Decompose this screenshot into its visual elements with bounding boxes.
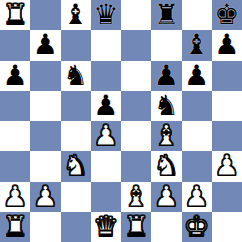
square-a4[interactable] [0, 121, 30, 151]
square-b1[interactable] [30, 212, 60, 242]
piece-black-pawn[interactable]: ♟ [214, 31, 239, 59]
square-b7[interactable]: ♟ [30, 30, 60, 60]
piece-black-pawn[interactable]: ♟ [184, 62, 209, 90]
piece-black-bishop[interactable]: ♝ [63, 1, 88, 29]
piece-black-knight[interactable]: ♞ [63, 62, 88, 90]
piece-white-rook[interactable]: ♜ [3, 213, 28, 241]
square-a3[interactable] [0, 151, 30, 181]
piece-black-pawn[interactable]: ♟ [3, 62, 28, 90]
square-a2[interactable]: ♟ [0, 182, 30, 212]
square-e7[interactable] [121, 30, 151, 60]
piece-black-bishop[interactable]: ♝ [184, 31, 209, 59]
square-d4[interactable]: ♟ [91, 121, 121, 151]
piece-white-pawn[interactable]: ♟ [214, 152, 239, 180]
piece-white-pawn[interactable]: ♟ [93, 122, 118, 150]
piece-black-pawn[interactable]: ♟ [33, 31, 58, 59]
square-f1[interactable] [151, 212, 181, 242]
square-f7[interactable] [151, 30, 181, 60]
square-c8[interactable]: ♝ [61, 0, 91, 30]
square-c2[interactable] [61, 182, 91, 212]
square-f8[interactable]: ♜ [151, 0, 181, 30]
square-g8[interactable] [182, 0, 212, 30]
square-b3[interactable] [30, 151, 60, 181]
square-h1[interactable] [212, 212, 242, 242]
square-d6[interactable] [91, 61, 121, 91]
piece-white-knight[interactable]: ♞ [154, 152, 179, 180]
square-a5[interactable] [0, 91, 30, 121]
piece-white-king[interactable]: ♚ [184, 213, 209, 241]
square-d7[interactable] [91, 30, 121, 60]
square-h6[interactable] [212, 61, 242, 91]
square-e5[interactable] [121, 91, 151, 121]
piece-black-queen[interactable]: ♛ [93, 1, 118, 29]
square-b2[interactable]: ♟ [30, 182, 60, 212]
piece-black-pawn[interactable]: ♟ [93, 92, 118, 120]
square-g5[interactable] [182, 91, 212, 121]
square-g2[interactable]: ♟ [182, 182, 212, 212]
square-e2[interactable]: ♝ [121, 182, 151, 212]
piece-white-rook[interactable]: ♜ [3, 1, 28, 29]
square-b6[interactable] [30, 61, 60, 91]
square-c1[interactable] [61, 212, 91, 242]
square-h3[interactable]: ♟ [212, 151, 242, 181]
square-a1[interactable]: ♜ [0, 212, 30, 242]
square-d5[interactable]: ♟ [91, 91, 121, 121]
square-g7[interactable]: ♝ [182, 30, 212, 60]
square-h7[interactable]: ♟ [212, 30, 242, 60]
piece-white-pawn[interactable]: ♟ [184, 183, 209, 211]
piece-white-bishop[interactable]: ♝ [154, 122, 179, 150]
piece-white-pawn[interactable]: ♟ [3, 183, 28, 211]
square-d1[interactable]: ♛ [91, 212, 121, 242]
square-g4[interactable] [182, 121, 212, 151]
piece-black-king[interactable]: ♚ [214, 1, 239, 29]
square-f4[interactable]: ♝ [151, 121, 181, 151]
square-d8[interactable]: ♛ [91, 0, 121, 30]
square-c5[interactable] [61, 91, 91, 121]
chess-board: ♜♝♛♜♚♟♝♟♟♞♟♟♟♞♟♝♞♞♟♟♟♝♟♟♜♛♜♚ [0, 0, 242, 242]
piece-black-pawn[interactable]: ♟ [154, 62, 179, 90]
piece-white-rook[interactable]: ♜ [124, 213, 149, 241]
square-d2[interactable] [91, 182, 121, 212]
square-e3[interactable] [121, 151, 151, 181]
square-c7[interactable] [61, 30, 91, 60]
piece-white-bishop[interactable]: ♝ [124, 183, 149, 211]
square-h4[interactable] [212, 121, 242, 151]
square-c3[interactable]: ♞ [61, 151, 91, 181]
piece-black-rook[interactable]: ♜ [154, 1, 179, 29]
piece-white-pawn[interactable]: ♟ [154, 183, 179, 211]
square-g6[interactable]: ♟ [182, 61, 212, 91]
square-c6[interactable]: ♞ [61, 61, 91, 91]
piece-white-pawn[interactable]: ♟ [33, 183, 58, 211]
square-a6[interactable]: ♟ [0, 61, 30, 91]
piece-white-knight[interactable]: ♞ [63, 152, 88, 180]
square-h5[interactable] [212, 91, 242, 121]
square-b8[interactable] [30, 0, 60, 30]
square-f6[interactable]: ♟ [151, 61, 181, 91]
square-h8[interactable]: ♚ [212, 0, 242, 30]
square-e1[interactable]: ♜ [121, 212, 151, 242]
square-f2[interactable]: ♟ [151, 182, 181, 212]
square-c4[interactable] [61, 121, 91, 151]
square-e8[interactable] [121, 0, 151, 30]
square-b5[interactable] [30, 91, 60, 121]
piece-black-knight[interactable]: ♞ [154, 92, 179, 120]
square-e4[interactable] [121, 121, 151, 151]
square-f3[interactable]: ♞ [151, 151, 181, 181]
square-h2[interactable] [212, 182, 242, 212]
square-b4[interactable] [30, 121, 60, 151]
square-e6[interactable] [121, 61, 151, 91]
square-d3[interactable] [91, 151, 121, 181]
square-f5[interactable]: ♞ [151, 91, 181, 121]
square-a8[interactable]: ♜ [0, 0, 30, 30]
square-a7[interactable] [0, 30, 30, 60]
square-g1[interactable]: ♚ [182, 212, 212, 242]
piece-white-queen[interactable]: ♛ [93, 213, 118, 241]
square-g3[interactable] [182, 151, 212, 181]
